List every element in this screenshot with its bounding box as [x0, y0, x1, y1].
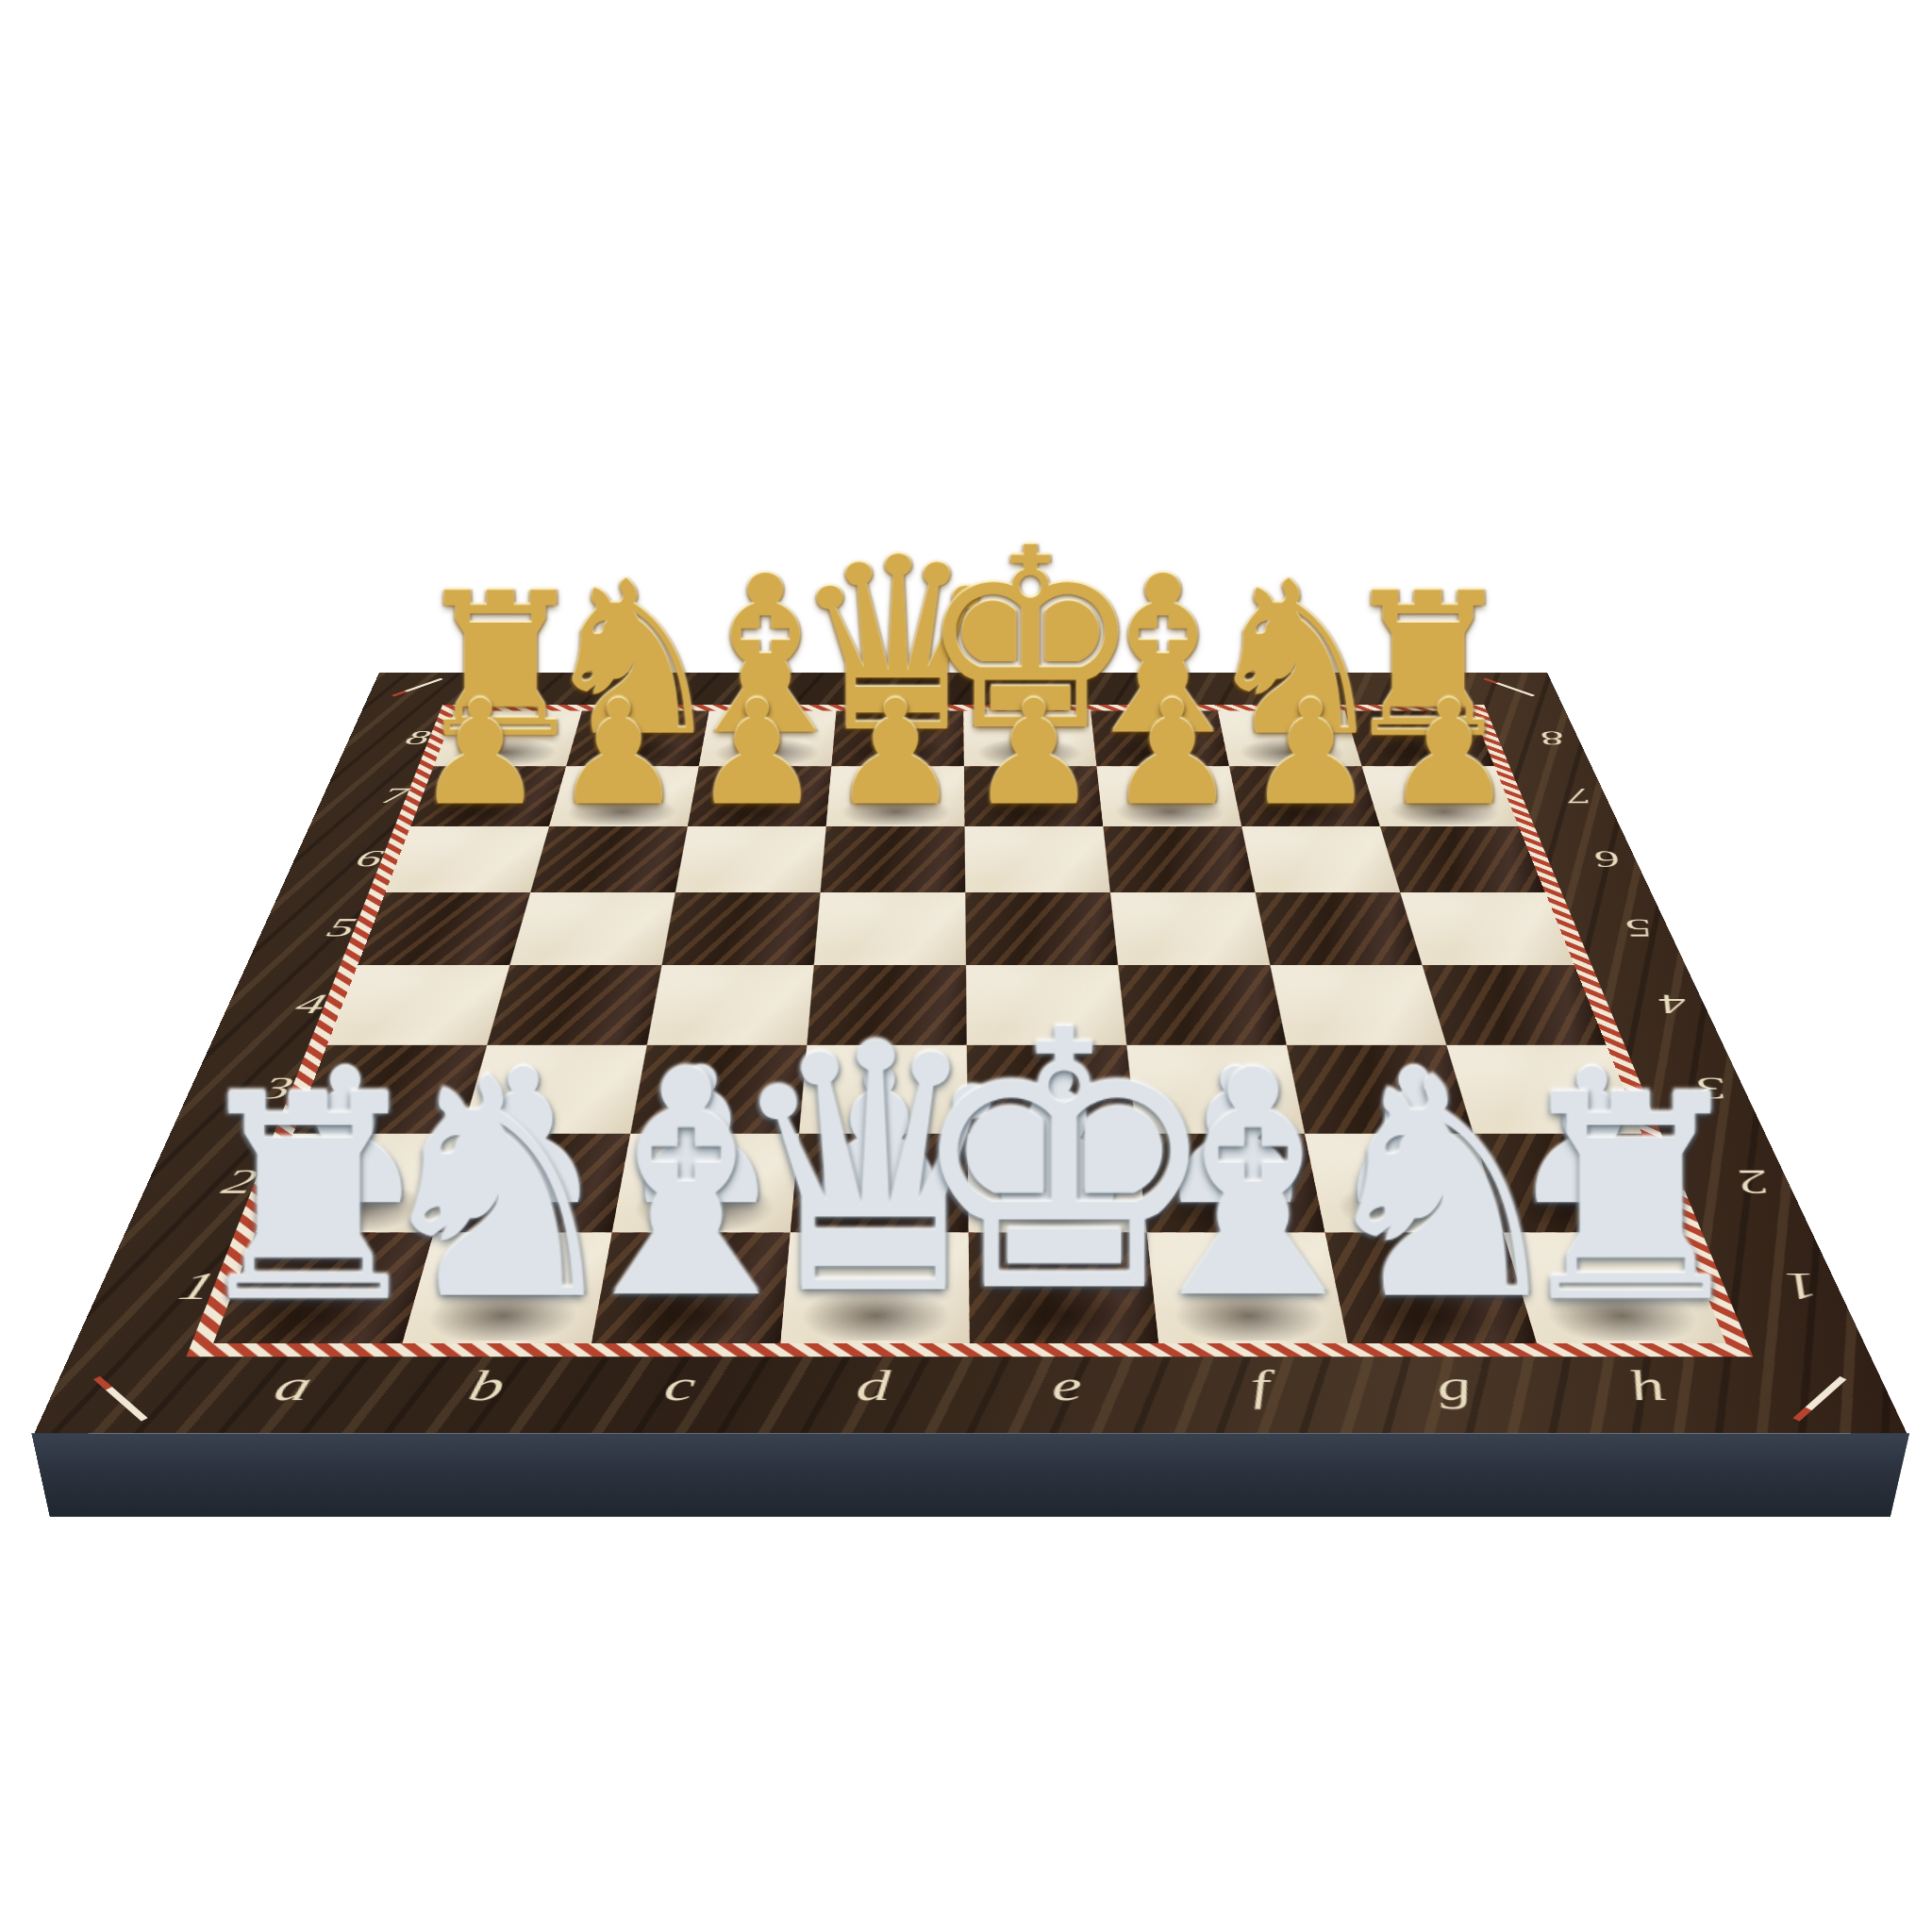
- square-h7[interactable]: ♟: [1362, 766, 1519, 826]
- file-label-bottom-e: e: [970, 1357, 1167, 1415]
- file-label-bottom-a: a: [186, 1357, 399, 1415]
- rank-label-right-7: 7: [1516, 781, 1597, 810]
- piece-black-pawn[interactable]: ♟: [692, 681, 823, 825]
- square-f6[interactable]: [1103, 826, 1255, 892]
- square-d7[interactable]: ♟: [826, 766, 965, 826]
- square-c6[interactable]: [675, 826, 826, 892]
- piece-black-pawn[interactable]: ♟: [1108, 681, 1238, 825]
- rank-label-right-4: 4: [1600, 985, 1696, 1023]
- rank-label-left-7: 7: [331, 781, 412, 810]
- square-h5[interactable]: [1400, 892, 1574, 965]
- file-label-bottom-h: h: [1541, 1357, 1756, 1415]
- square-b5[interactable]: [509, 892, 675, 965]
- rank-label-left-4: 4: [237, 985, 332, 1023]
- chess-board: ♜♞♝♛♚♝♞♜♟♟♟♟♟♟♟♟♟♟♟♟♟♟♟♟♜♞♝♛♚♝♞♜ 8877665…: [34, 673, 1907, 1433]
- piece-black-pawn[interactable]: ♟: [1384, 681, 1514, 825]
- square-f7[interactable]: ♟: [1097, 766, 1242, 826]
- corner-spear-bottom-left: [93, 1376, 148, 1422]
- rank-label-right-6: 6: [1541, 843, 1627, 874]
- square-a7[interactable]: ♟: [410, 766, 566, 826]
- square-e5[interactable]: [965, 892, 1118, 965]
- rank-label-right-5: 5: [1570, 911, 1660, 946]
- file-label-bottom-b: b: [382, 1357, 589, 1415]
- chess-scene: ♜♞♝♛♚♝♞♜♟♟♟♟♟♟♟♟♟♟♟♟♟♟♟♟♜♞♝♛♚♝♞♜ 8877665…: [0, 0, 1932, 1932]
- piece-black-pawn[interactable]: ♟: [1246, 681, 1376, 825]
- piece-black-pawn[interactable]: ♟: [554, 681, 684, 825]
- rank-label-left-6: 6: [303, 843, 388, 874]
- square-b7[interactable]: ♟: [549, 766, 699, 826]
- piece-white-rook[interactable]: ♜: [1504, 1058, 1757, 1341]
- file-label-bottom-g: g: [1351, 1357, 1559, 1415]
- square-a5[interactable]: [358, 892, 530, 965]
- file-label-bottom-f: f: [1160, 1357, 1363, 1415]
- square-d6[interactable]: [821, 826, 966, 892]
- file-label-bottom-c: c: [578, 1357, 779, 1415]
- playing-field: ♜♞♝♛♚♝♞♜♟♟♟♟♟♟♟♟♟♟♟♟♟♟♟♟♜♞♝♛♚♝♞♜: [213, 710, 1726, 1343]
- square-c7[interactable]: ♟: [688, 766, 831, 826]
- square-g6[interactable]: [1241, 826, 1400, 892]
- rank-label-left-5: 5: [272, 911, 361, 946]
- square-e6[interactable]: [965, 826, 1110, 892]
- piece-black-pawn[interactable]: ♟: [830, 681, 960, 825]
- square-b6[interactable]: [530, 826, 688, 892]
- square-g7[interactable]: ♟: [1229, 766, 1380, 826]
- piece-black-pawn[interactable]: ♟: [415, 681, 545, 825]
- file-label-bottom-d: d: [774, 1357, 971, 1415]
- square-h1[interactable]: ♜: [1504, 1232, 1726, 1342]
- square-g5[interactable]: [1256, 892, 1423, 965]
- square-h6[interactable]: [1380, 826, 1545, 892]
- corner-spear-bottom-right: [1792, 1376, 1846, 1422]
- square-f5[interactable]: [1110, 892, 1270, 965]
- board-side-front: [31, 1433, 1909, 1517]
- square-d5[interactable]: [814, 892, 966, 965]
- square-e7[interactable]: ♟: [964, 766, 1103, 826]
- square-c5[interactable]: [662, 892, 821, 965]
- square-a6[interactable]: [386, 826, 550, 892]
- piece-black-pawn[interactable]: ♟: [969, 681, 1099, 825]
